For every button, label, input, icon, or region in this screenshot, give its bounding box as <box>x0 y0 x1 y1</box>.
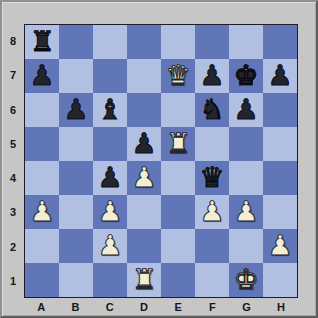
square-a4[interactable] <box>25 161 59 195</box>
square-b5[interactable] <box>59 127 93 161</box>
white-pawn-piece: ♟ <box>97 229 122 263</box>
square-e7[interactable]: ♛ <box>161 59 195 93</box>
square-f8[interactable] <box>195 25 229 59</box>
black-rook-piece: ♜ <box>29 25 54 59</box>
square-c8[interactable] <box>93 25 127 59</box>
square-h4[interactable] <box>263 161 297 195</box>
square-b4[interactable] <box>59 161 93 195</box>
square-f4[interactable]: ♛ <box>195 161 229 195</box>
square-g8[interactable] <box>229 25 263 59</box>
white-queen-piece: ♛ <box>165 59 190 93</box>
square-h2[interactable]: ♟ <box>263 229 297 263</box>
black-bishop-piece: ♝ <box>97 93 122 127</box>
square-a8[interactable]: ♜ <box>25 25 59 59</box>
square-b8[interactable] <box>59 25 93 59</box>
file-label-h: H <box>264 298 298 316</box>
square-c6[interactable]: ♝ <box>93 93 127 127</box>
white-king-piece: ♚ <box>233 263 258 297</box>
file-label-c: C <box>93 298 127 316</box>
square-f7[interactable]: ♟ <box>195 59 229 93</box>
square-g2[interactable] <box>229 229 263 263</box>
rank-labels: 87654321 <box>2 24 24 298</box>
square-c3[interactable]: ♟ <box>93 195 127 229</box>
square-h6[interactable] <box>263 93 297 127</box>
rank-label-4: 4 <box>2 161 24 195</box>
rank-label-7: 7 <box>2 58 24 92</box>
square-e4[interactable] <box>161 161 195 195</box>
square-g7[interactable]: ♚ <box>229 59 263 93</box>
black-pawn-piece: ♟ <box>267 59 292 93</box>
square-b6[interactable]: ♟ <box>59 93 93 127</box>
square-e5[interactable]: ♜ <box>161 127 195 161</box>
white-pawn-piece: ♟ <box>131 161 156 195</box>
white-rook-piece: ♜ <box>131 263 156 297</box>
rank-label-6: 6 <box>2 93 24 127</box>
square-h7[interactable]: ♟ <box>263 59 297 93</box>
square-h3[interactable] <box>263 195 297 229</box>
black-knight-piece: ♞ <box>199 93 224 127</box>
rank-label-1: 1 <box>2 264 24 298</box>
rank-label-5: 5 <box>2 127 24 161</box>
square-h5[interactable] <box>263 127 297 161</box>
chessboard-window: 87654321 ♜♟♛♟♚♟♟♝♞♟♟♜♟♟♛♟♟♟♟♟♟♜♚ ABCDEFG… <box>0 0 318 318</box>
square-g6[interactable]: ♟ <box>229 93 263 127</box>
file-labels: ABCDEFGH <box>24 298 298 316</box>
square-b1[interactable] <box>59 263 93 297</box>
square-e1[interactable] <box>161 263 195 297</box>
square-c4[interactable]: ♟ <box>93 161 127 195</box>
square-a6[interactable] <box>25 93 59 127</box>
file-label-f: F <box>195 298 229 316</box>
white-pawn-piece: ♟ <box>267 229 292 263</box>
square-f5[interactable] <box>195 127 229 161</box>
file-label-b: B <box>58 298 92 316</box>
square-h1[interactable] <box>263 263 297 297</box>
square-f2[interactable] <box>195 229 229 263</box>
white-pawn-piece: ♟ <box>29 195 54 229</box>
black-pawn-piece: ♟ <box>131 127 156 161</box>
square-a5[interactable] <box>25 127 59 161</box>
file-label-e: E <box>161 298 195 316</box>
square-c5[interactable] <box>93 127 127 161</box>
chess-board: ♜♟♛♟♚♟♟♝♞♟♟♜♟♟♛♟♟♟♟♟♟♜♚ <box>24 24 298 298</box>
square-a1[interactable] <box>25 263 59 297</box>
square-g5[interactable] <box>229 127 263 161</box>
square-a2[interactable] <box>25 229 59 263</box>
rank-label-3: 3 <box>2 195 24 229</box>
square-d5[interactable]: ♟ <box>127 127 161 161</box>
square-f6[interactable]: ♞ <box>195 93 229 127</box>
square-c1[interactable] <box>93 263 127 297</box>
rank-label-2: 2 <box>2 230 24 264</box>
square-e2[interactable] <box>161 229 195 263</box>
square-d7[interactable] <box>127 59 161 93</box>
square-d2[interactable] <box>127 229 161 263</box>
square-g1[interactable]: ♚ <box>229 263 263 297</box>
file-label-a: A <box>24 298 58 316</box>
square-d3[interactable] <box>127 195 161 229</box>
black-pawn-piece: ♟ <box>199 59 224 93</box>
black-pawn-piece: ♟ <box>97 161 122 195</box>
square-f3[interactable]: ♟ <box>195 195 229 229</box>
white-rook-piece: ♜ <box>165 127 190 161</box>
square-d8[interactable] <box>127 25 161 59</box>
black-queen-piece: ♛ <box>199 161 224 195</box>
square-f1[interactable] <box>195 263 229 297</box>
square-b7[interactable] <box>59 59 93 93</box>
square-c7[interactable] <box>93 59 127 93</box>
white-pawn-piece: ♟ <box>233 195 258 229</box>
square-d4[interactable]: ♟ <box>127 161 161 195</box>
square-g4[interactable] <box>229 161 263 195</box>
white-pawn-piece: ♟ <box>199 195 224 229</box>
square-d6[interactable] <box>127 93 161 127</box>
square-e8[interactable] <box>161 25 195 59</box>
rank-label-8: 8 <box>2 24 24 58</box>
square-e3[interactable] <box>161 195 195 229</box>
file-label-d: D <box>127 298 161 316</box>
square-a7[interactable]: ♟ <box>25 59 59 93</box>
square-h8[interactable] <box>263 25 297 59</box>
square-e6[interactable] <box>161 93 195 127</box>
file-label-g: G <box>230 298 264 316</box>
square-g3[interactable]: ♟ <box>229 195 263 229</box>
square-a3[interactable]: ♟ <box>25 195 59 229</box>
square-b3[interactable] <box>59 195 93 229</box>
black-king-piece: ♚ <box>233 59 258 93</box>
square-b2[interactable] <box>59 229 93 263</box>
black-pawn-piece: ♟ <box>63 93 88 127</box>
square-c2[interactable]: ♟ <box>93 229 127 263</box>
black-pawn-piece: ♟ <box>233 93 258 127</box>
square-d1[interactable]: ♜ <box>127 263 161 297</box>
black-pawn-piece: ♟ <box>29 59 54 93</box>
white-pawn-piece: ♟ <box>97 195 122 229</box>
